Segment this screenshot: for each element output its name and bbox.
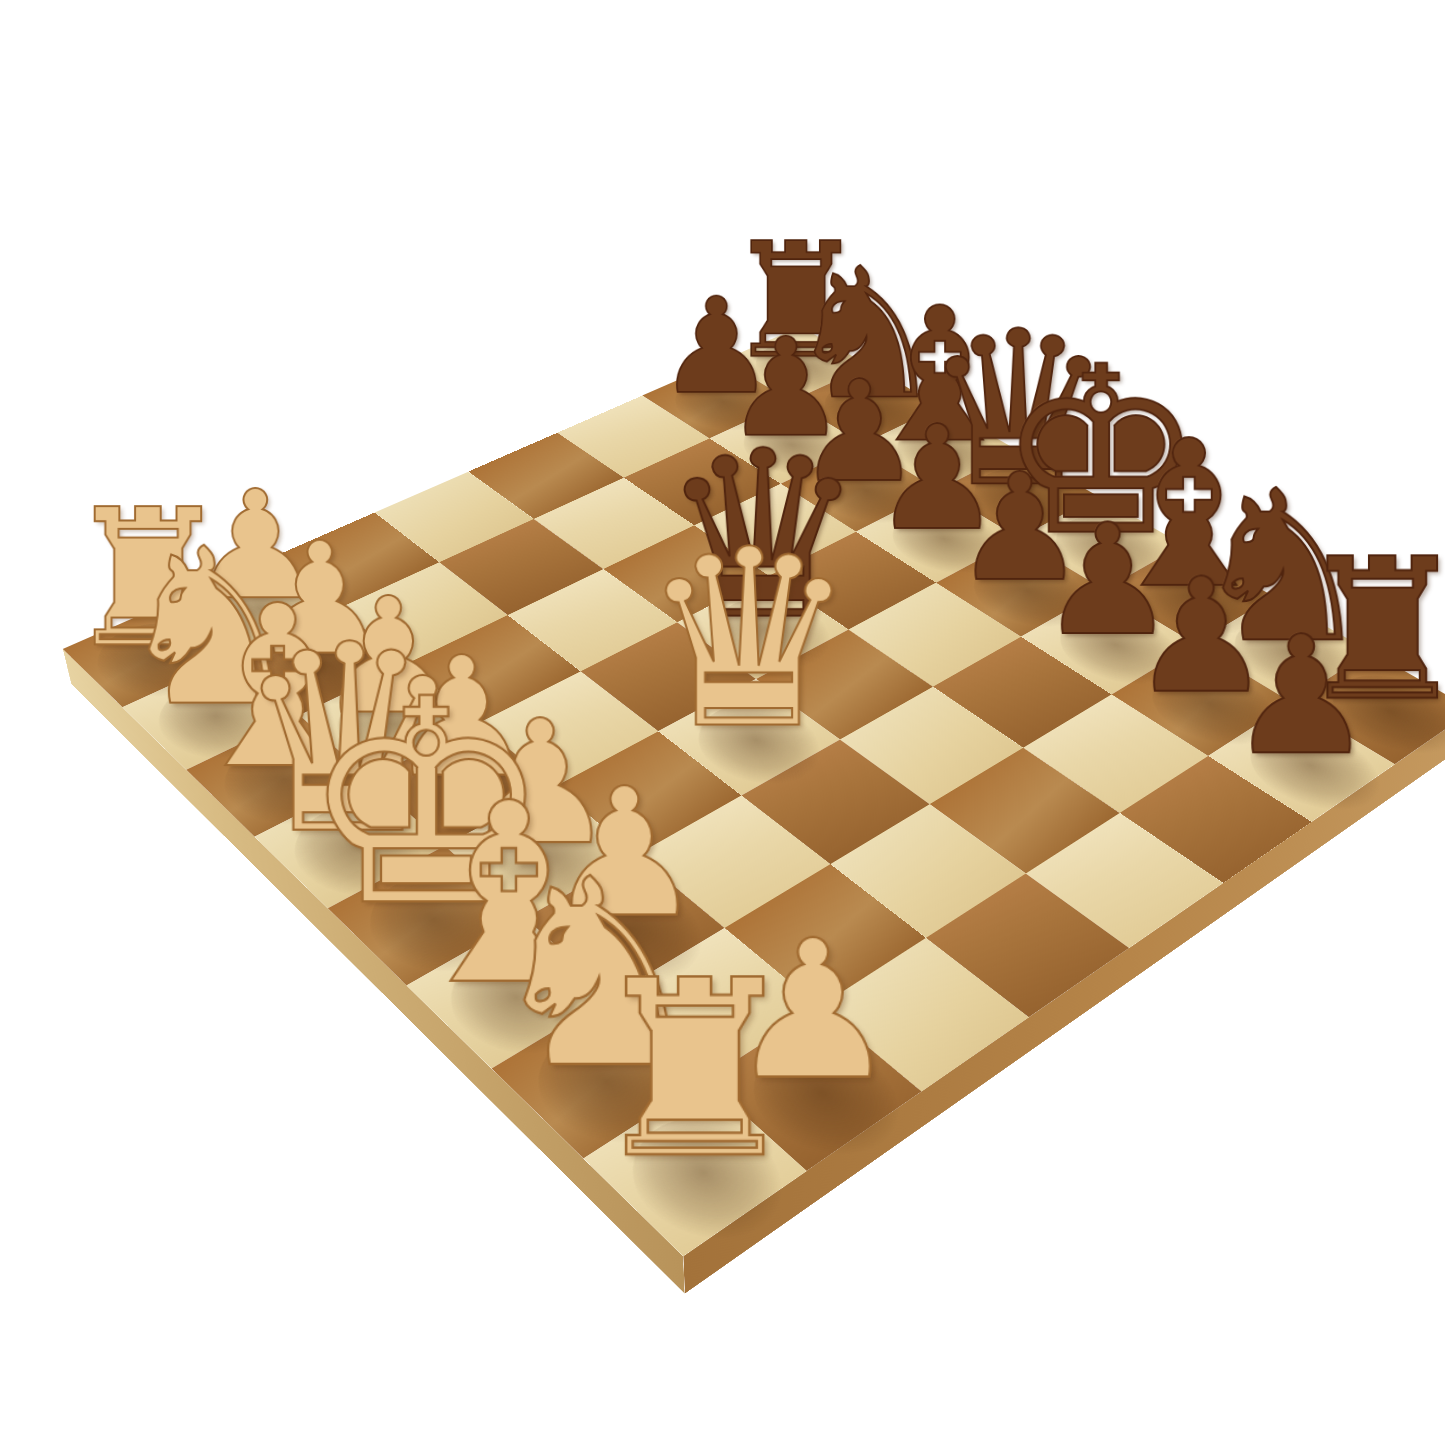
board-squares-grid: ♜♞♝♛♚♝♞♜♟♟♟♟♟♟♟♟♛♛♟♟♟♟♟♟♟♜♞♝♛♚♝♞♜ [63,326,1445,1256]
black-rook-a8: ♜ [680,115,911,363]
chess-board: ♜♞♝♛♚♝♞♜♟♟♟♟♟♟♟♟♛♛♟♟♟♟♟♟♟♜♞♝♛♚♝♞♜ [63,326,1445,1256]
product-photo-scene: ♜♞♝♛♚♝♞♜♟♟♟♟♟♟♟♟♛♛♟♟♟♟♟♟♟♜♞♝♛♚♝♞♜ [0,0,1445,1445]
